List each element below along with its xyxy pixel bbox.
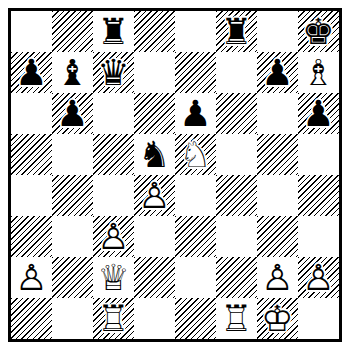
piece-outline-glyph: ♔ (257, 298, 298, 339)
square-b4[interactable] (52, 175, 93, 216)
square-f3[interactable] (216, 216, 257, 257)
piece-black-rook: ♜♜ (216, 11, 257, 52)
square-b8[interactable] (52, 11, 93, 52)
square-h7[interactable]: ♝♗ (298, 52, 339, 93)
chess-board: ♜♜♜♜♚♚♟♟♝♝♛♛♟♟♝♗♟♟♟♟♟♟♞♞♞♘♟♙♟♙♟♙♛♕♟♙♟♙♜♖… (8, 8, 342, 342)
square-f4[interactable] (216, 175, 257, 216)
square-b6[interactable]: ♟♟ (52, 93, 93, 134)
square-b3[interactable] (52, 216, 93, 257)
square-h1[interactable] (298, 298, 339, 339)
square-a8[interactable] (11, 11, 52, 52)
square-f6[interactable] (216, 93, 257, 134)
square-h4[interactable] (298, 175, 339, 216)
piece-white-pawn: ♟♙ (257, 257, 298, 298)
piece-outline-glyph: ♟ (298, 93, 339, 134)
piece-white-king: ♚♔ (257, 298, 298, 339)
piece-black-pawn: ♟♟ (257, 52, 298, 93)
piece-black-rook: ♜♜ (93, 11, 134, 52)
piece-outline-glyph: ♙ (11, 257, 52, 298)
square-f5[interactable] (216, 134, 257, 175)
piece-white-pawn: ♟♙ (298, 257, 339, 298)
square-f8[interactable]: ♜♜ (216, 11, 257, 52)
square-c2[interactable]: ♛♕ (93, 257, 134, 298)
square-e8[interactable] (175, 11, 216, 52)
piece-black-king: ♚♚ (298, 11, 339, 52)
piece-black-queen: ♛♛ (93, 52, 134, 93)
square-a7[interactable]: ♟♟ (11, 52, 52, 93)
square-g2[interactable]: ♟♙ (257, 257, 298, 298)
square-a2[interactable]: ♟♙ (11, 257, 52, 298)
square-a3[interactable] (11, 216, 52, 257)
square-a1[interactable] (11, 298, 52, 339)
square-d3[interactable] (134, 216, 175, 257)
square-g3[interactable] (257, 216, 298, 257)
piece-black-pawn: ♟♟ (298, 93, 339, 134)
piece-white-rook: ♜♖ (216, 298, 257, 339)
square-e2[interactable] (175, 257, 216, 298)
piece-outline-glyph: ♝ (52, 52, 93, 93)
piece-outline-glyph: ♙ (134, 175, 175, 216)
square-g1[interactable]: ♚♔ (257, 298, 298, 339)
square-h3[interactable] (298, 216, 339, 257)
piece-outline-glyph: ♗ (298, 52, 339, 93)
square-c4[interactable] (93, 175, 134, 216)
piece-black-pawn: ♟♟ (52, 93, 93, 134)
piece-outline-glyph: ♙ (298, 257, 339, 298)
square-d7[interactable] (134, 52, 175, 93)
square-c7[interactable]: ♛♛ (93, 52, 134, 93)
piece-white-bishop: ♝♗ (298, 52, 339, 93)
piece-outline-glyph: ♟ (257, 52, 298, 93)
square-g5[interactable] (257, 134, 298, 175)
piece-outline-glyph: ♕ (93, 257, 134, 298)
piece-outline-glyph: ♙ (257, 257, 298, 298)
square-g8[interactable] (257, 11, 298, 52)
piece-outline-glyph: ♙ (93, 216, 134, 257)
piece-black-knight: ♞♞ (134, 134, 175, 175)
square-c5[interactable] (93, 134, 134, 175)
square-d1[interactable] (134, 298, 175, 339)
piece-outline-glyph: ♟ (175, 93, 216, 134)
piece-outline-glyph: ♚ (298, 11, 339, 52)
piece-white-queen: ♛♕ (93, 257, 134, 298)
square-h2[interactable]: ♟♙ (298, 257, 339, 298)
piece-outline-glyph: ♜ (93, 11, 134, 52)
piece-outline-glyph: ♟ (52, 93, 93, 134)
piece-black-bishop: ♝♝ (52, 52, 93, 93)
square-d2[interactable] (134, 257, 175, 298)
piece-white-rook: ♜♖ (93, 298, 134, 339)
square-g6[interactable] (257, 93, 298, 134)
piece-outline-glyph: ♘ (175, 134, 216, 175)
piece-outline-glyph: ♜ (216, 11, 257, 52)
square-f7[interactable] (216, 52, 257, 93)
piece-black-pawn: ♟♟ (175, 93, 216, 134)
square-g7[interactable]: ♟♟ (257, 52, 298, 93)
square-e1[interactable] (175, 298, 216, 339)
piece-black-pawn: ♟♟ (11, 52, 52, 93)
square-e6[interactable]: ♟♟ (175, 93, 216, 134)
square-b2[interactable] (52, 257, 93, 298)
square-a5[interactable] (11, 134, 52, 175)
square-b1[interactable] (52, 298, 93, 339)
piece-outline-glyph: ♟ (11, 52, 52, 93)
square-f1[interactable]: ♜♖ (216, 298, 257, 339)
square-e7[interactable] (175, 52, 216, 93)
piece-white-pawn: ♟♙ (11, 257, 52, 298)
piece-white-knight: ♞♘ (175, 134, 216, 175)
square-g4[interactable] (257, 175, 298, 216)
square-h5[interactable] (298, 134, 339, 175)
square-d4[interactable]: ♟♙ (134, 175, 175, 216)
square-a4[interactable] (11, 175, 52, 216)
square-f2[interactable] (216, 257, 257, 298)
square-e5[interactable]: ♞♘ (175, 134, 216, 175)
square-a6[interactable] (11, 93, 52, 134)
square-c1[interactable]: ♜♖ (93, 298, 134, 339)
chess-board-grid: ♜♜♜♜♚♚♟♟♝♝♛♛♟♟♝♗♟♟♟♟♟♟♞♞♞♘♟♙♟♙♟♙♛♕♟♙♟♙♜♖… (11, 11, 339, 339)
square-b7[interactable]: ♝♝ (52, 52, 93, 93)
piece-outline-glyph: ♖ (93, 298, 134, 339)
square-h6[interactable]: ♟♟ (298, 93, 339, 134)
piece-outline-glyph: ♖ (216, 298, 257, 339)
square-d6[interactable] (134, 93, 175, 134)
square-c6[interactable] (93, 93, 134, 134)
piece-white-pawn: ♟♙ (134, 175, 175, 216)
square-d5[interactable]: ♞♞ (134, 134, 175, 175)
square-c3[interactable]: ♟♙ (93, 216, 134, 257)
square-h8[interactable]: ♚♚ (298, 11, 339, 52)
square-c8[interactable]: ♜♜ (93, 11, 134, 52)
piece-outline-glyph: ♞ (134, 134, 175, 175)
square-b5[interactable] (52, 134, 93, 175)
piece-outline-glyph: ♛ (93, 52, 134, 93)
square-e3[interactable] (175, 216, 216, 257)
piece-white-pawn: ♟♙ (93, 216, 134, 257)
square-d8[interactable] (134, 11, 175, 52)
square-e4[interactable] (175, 175, 216, 216)
